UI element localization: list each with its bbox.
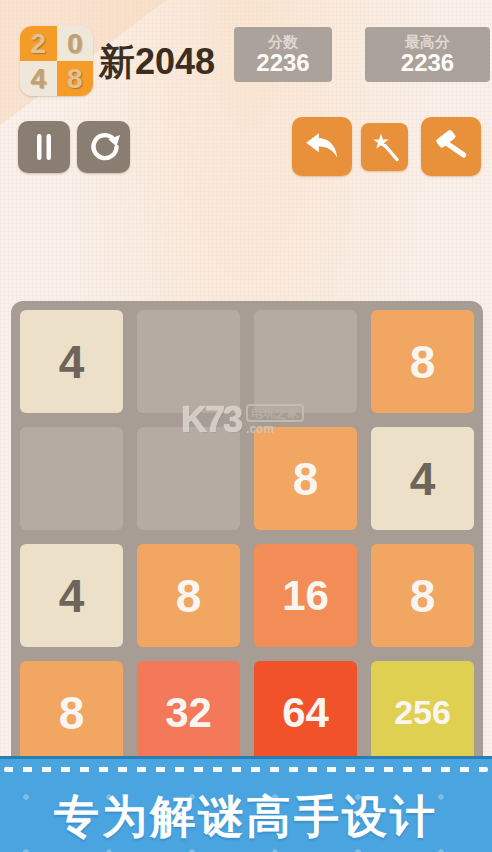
tile-8: 8	[20, 661, 123, 764]
logo-digit: 4	[20, 61, 57, 96]
tile-4: 4	[20, 310, 123, 413]
empty-cell	[137, 427, 240, 530]
score-label: 分数	[268, 33, 298, 50]
logo-digit: 2	[20, 26, 57, 61]
magic-wand-button[interactable]	[361, 123, 408, 171]
tile-4: 4	[20, 544, 123, 647]
pause-button[interactable]	[18, 121, 70, 173]
pause-icon	[27, 130, 61, 164]
tile-8: 8	[371, 310, 474, 413]
restart-button[interactable]	[77, 121, 130, 173]
score-value: 2236	[256, 50, 309, 76]
app-title: 新2048	[99, 42, 215, 82]
tile-64: 64	[254, 661, 357, 764]
banner-dashed-line	[4, 767, 488, 772]
empty-cell	[254, 310, 357, 413]
logo-digit: 8	[57, 61, 94, 96]
score-box: 分数 2236	[234, 27, 332, 82]
banner-text: 专为解谜高手设计	[0, 781, 492, 852]
app-logo: 2 0 4 8	[20, 26, 93, 96]
empty-cell	[137, 310, 240, 413]
best-score-box: 最高分 2236	[365, 27, 490, 82]
logo-digit: 0	[57, 26, 94, 61]
promo-banner: 专为解谜高手设计	[0, 756, 492, 852]
game-screen: 2 0 4 8 新2048 分数 2236 最高分 2236	[0, 0, 492, 852]
tile-8: 8	[254, 427, 357, 530]
restart-icon	[86, 129, 122, 165]
hammer-button[interactable]	[421, 117, 481, 176]
best-score-value: 2236	[401, 50, 454, 76]
undo-button[interactable]	[292, 117, 352, 176]
undo-icon	[302, 127, 342, 167]
best-score-label: 最高分	[405, 33, 450, 50]
tile-256: 256	[371, 661, 474, 764]
board-grid[interactable]: 48844816883264256	[11, 301, 483, 773]
tile-8: 8	[137, 544, 240, 647]
tile-32: 32	[137, 661, 240, 764]
tile-8: 8	[371, 544, 474, 647]
hammer-icon	[431, 127, 471, 167]
tile-4: 4	[371, 427, 474, 530]
tile-16: 16	[254, 544, 357, 647]
magic-wand-icon	[368, 130, 402, 164]
empty-cell	[20, 427, 123, 530]
